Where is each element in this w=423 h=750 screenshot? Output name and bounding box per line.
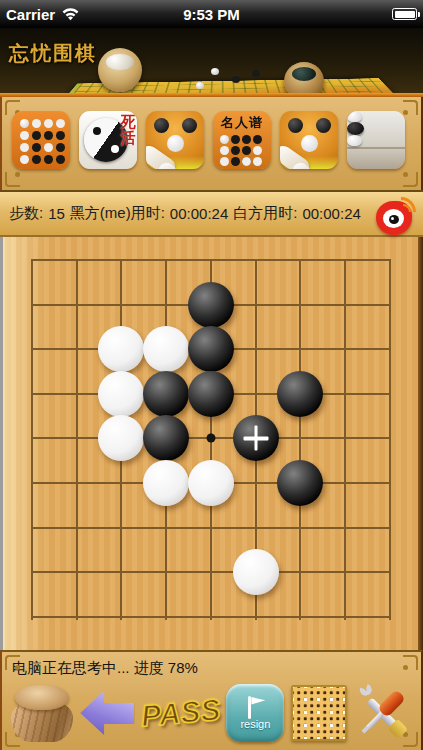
frame-corner-icon — [403, 172, 418, 187]
white-stone-icon — [347, 135, 362, 146]
nav-icon-famous-games[interactable]: 名人谱 — [213, 111, 271, 169]
white-time-label: 白方用时: — [233, 204, 297, 223]
black-stone-icon — [347, 122, 364, 135]
white-stone — [98, 415, 144, 461]
engine-status-message: 电脑正在思考中... 进度 78% — [2, 652, 421, 678]
black-time-label: 黑方(me)用时: — [70, 204, 165, 223]
white-stone-icon — [167, 135, 184, 152]
white-stones-pattern-icon — [220, 135, 229, 144]
famous-games-label: 名人谱 — [213, 114, 271, 132]
clock: 9:53 PM — [116, 6, 307, 23]
nav-icon-guided-play[interactable] — [146, 111, 204, 169]
black-stones-pattern-icon — [231, 135, 240, 144]
white-stone — [143, 326, 189, 372]
wrench-screwdriver-icon — [353, 684, 411, 742]
grid-line — [344, 259, 346, 620]
game-info-bar: 步数: 15 黑方(me)用时: 00:00:24 白方用时: 00:00:24 — [0, 190, 423, 237]
banner-stone — [232, 76, 240, 83]
black-stone-icon — [316, 118, 331, 133]
white-stone-icon — [301, 135, 318, 152]
app-title: 忘忧围棋 — [9, 40, 97, 67]
moves-value: 15 — [48, 205, 65, 222]
grid-line — [31, 571, 391, 573]
last-move-marker — [243, 426, 268, 451]
white-stone — [98, 326, 144, 372]
frame-corner-icon — [403, 100, 418, 115]
life-and-death-label: 死活 — [120, 114, 136, 146]
grid-line — [299, 259, 301, 620]
white-stone-icon — [347, 111, 362, 122]
left-arrow-icon — [80, 690, 134, 736]
nav-icon-row: 死活 名人谱 — [0, 97, 423, 190]
nav-icon-life-and-death[interactable]: 死活 — [79, 111, 137, 169]
banner-black-stone-bowl — [284, 62, 324, 93]
frame-corner-icon — [5, 172, 20, 187]
grid-line — [389, 259, 391, 620]
app-window: Carrier 9:53 PM 忘忧围棋 — [0, 0, 423, 750]
star-point — [206, 434, 215, 443]
black-stone-icon — [154, 118, 169, 133]
wifi-icon — [61, 8, 80, 21]
black-time-value: 00:00:24 — [170, 205, 228, 222]
nav-icon-board-photo[interactable] — [347, 111, 405, 169]
settings-button[interactable] — [353, 684, 411, 742]
black-stone — [233, 415, 279, 461]
board-right-edge — [418, 237, 423, 650]
white-time-value: 00:00:24 — [302, 205, 360, 222]
stone-bowl-icon — [10, 684, 74, 742]
resign-button[interactable]: resign — [226, 684, 284, 742]
black-stone — [143, 415, 189, 461]
black-stone — [188, 371, 234, 417]
stone-bowl-button[interactable] — [10, 684, 74, 742]
app-banner: 忘忧围棋 — [0, 28, 423, 93]
board-left-edge — [0, 237, 3, 650]
black-stone — [277, 460, 323, 506]
board-grid — [32, 260, 390, 617]
black-stone — [188, 282, 234, 328]
carrier-label: Carrier — [6, 6, 55, 23]
white-stone — [98, 371, 144, 417]
grid-line — [31, 527, 391, 529]
bottom-toolbar: 电脑正在思考中... 进度 78% PASS resign — [0, 650, 423, 750]
go-board[interactable] — [0, 237, 423, 650]
game-record-button[interactable] — [291, 685, 347, 741]
black-stone — [277, 371, 323, 417]
white-stones-pattern-icon — [20, 119, 29, 128]
pass-label: PASS — [139, 693, 221, 734]
nav-icon-stone-pattern[interactable] — [12, 111, 70, 169]
black-stone-icon — [182, 118, 197, 133]
grid-line — [31, 259, 33, 620]
black-stone — [188, 326, 234, 372]
black-stones-pattern-icon — [32, 131, 41, 140]
white-stone — [188, 460, 234, 506]
toolbar-buttons: PASS resign — [2, 678, 421, 742]
banner-white-stone-bowl — [98, 48, 142, 92]
status-bar: Carrier 9:53 PM — [0, 0, 423, 28]
nav-icon-guided-play-2[interactable] — [280, 111, 338, 169]
moves-label: 步数: — [9, 204, 43, 223]
flag-icon — [245, 696, 265, 719]
banner-stone — [252, 70, 260, 77]
undo-button[interactable] — [80, 690, 134, 736]
white-stone — [233, 549, 279, 595]
black-stone — [143, 371, 189, 417]
banner-stone — [196, 82, 204, 89]
pass-button[interactable]: PASS — [141, 696, 220, 730]
banner-stone — [211, 68, 219, 75]
grid-line — [31, 616, 391, 618]
board-line-icon — [347, 147, 405, 149]
battery-icon — [392, 8, 417, 20]
resign-label: resign — [240, 718, 270, 730]
weibo-pupil-icon — [389, 215, 399, 224]
weibo-share-button[interactable] — [376, 196, 418, 238]
black-stone-icon — [288, 118, 303, 133]
board-record-icon — [291, 685, 347, 741]
white-stone — [143, 460, 189, 506]
grid-line — [76, 259, 78, 620]
